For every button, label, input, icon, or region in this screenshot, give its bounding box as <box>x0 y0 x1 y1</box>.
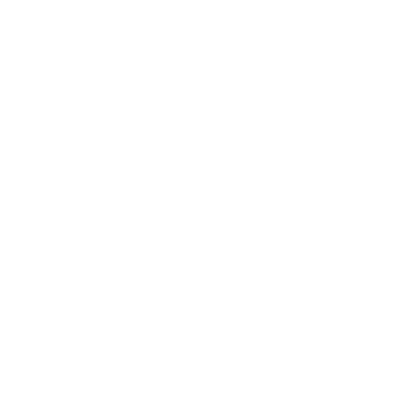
chessboard-photo <box>0 0 400 400</box>
image-crop-whitespace <box>0 0 400 61</box>
